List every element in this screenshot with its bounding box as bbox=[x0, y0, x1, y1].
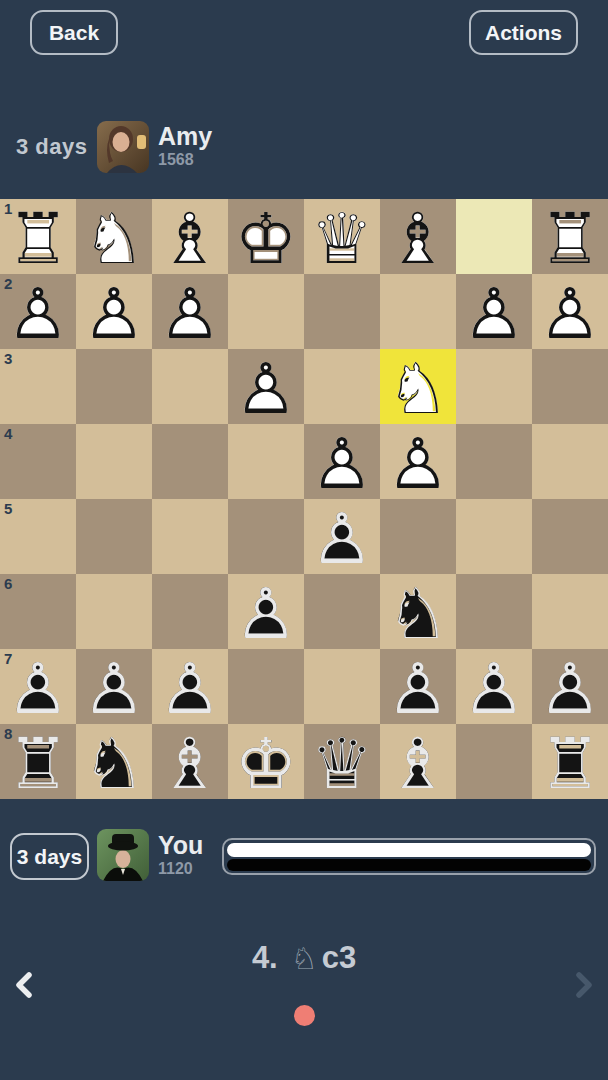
piece-wP: ♟︎ bbox=[76, 285, 152, 343]
piece-outline-wQ: ♕ bbox=[304, 210, 380, 268]
square-b1[interactable] bbox=[456, 199, 532, 274]
piece-bR: ♜ bbox=[0, 735, 76, 793]
piece-wP: ♟︎ bbox=[380, 435, 456, 493]
square-e8[interactable]: ♚♔ bbox=[228, 724, 304, 799]
square-a5[interactable] bbox=[532, 499, 608, 574]
piece-outline-wP: ♙ bbox=[304, 435, 380, 493]
piece-bP: ♟︎ bbox=[304, 510, 380, 568]
square-d2[interactable] bbox=[304, 274, 380, 349]
piece-outline-bK: ♔ bbox=[228, 735, 304, 793]
opponent-row: 3 days Amy 1568 bbox=[0, 118, 608, 178]
player-row: 3 days You 1120 bbox=[0, 827, 608, 887]
piece-wN: ♞ bbox=[380, 360, 456, 418]
square-h3[interactable]: 3 bbox=[0, 349, 76, 424]
piece-outline-bP: ♙ bbox=[532, 660, 608, 718]
square-a6[interactable] bbox=[532, 574, 608, 649]
piece-bP: ♟︎ bbox=[456, 660, 532, 718]
piece-wB: ♝ bbox=[152, 210, 228, 268]
piece-outline-bP: ♙ bbox=[228, 585, 304, 643]
square-c7[interactable]: ♟︎♙ bbox=[380, 649, 456, 724]
material-time-bar bbox=[222, 838, 596, 875]
square-f5[interactable] bbox=[152, 499, 228, 574]
rank-label: 4 bbox=[4, 425, 12, 442]
chess-board: 1♜♖♞♘♝♗♚♔♛♕♝♗♜♖2♟︎♙♟︎♙♟︎♙♟︎♙♟︎♙3♟︎♙♞♘4♟︎… bbox=[0, 199, 608, 799]
piece-bN: ♞ bbox=[380, 585, 456, 643]
piece-outline-wP: ♙ bbox=[0, 285, 76, 343]
square-e5[interactable] bbox=[228, 499, 304, 574]
rank-label: 1 bbox=[4, 200, 12, 217]
piece-wP: ♟︎ bbox=[456, 285, 532, 343]
rank-label: 7 bbox=[4, 650, 12, 667]
square-a2[interactable]: ♟︎♙ bbox=[532, 274, 608, 349]
square-d7[interactable] bbox=[304, 649, 380, 724]
piece-bP: ♟︎ bbox=[0, 660, 76, 718]
square-a1[interactable]: ♜♖ bbox=[532, 199, 608, 274]
back-button[interactable]: Back bbox=[30, 10, 118, 55]
piece-bR: ♜ bbox=[532, 735, 608, 793]
square-g7[interactable]: ♟︎♙ bbox=[76, 649, 152, 724]
square-b2[interactable]: ♟︎♙ bbox=[456, 274, 532, 349]
square-f1[interactable]: ♝♗ bbox=[152, 199, 228, 274]
piece-outline-bR: ♖ bbox=[532, 735, 608, 793]
square-a7[interactable]: ♟︎♙ bbox=[532, 649, 608, 724]
square-e6[interactable]: ♟︎♙ bbox=[228, 574, 304, 649]
piece-outline-wP: ♙ bbox=[76, 285, 152, 343]
piece-outline-wP: ♙ bbox=[228, 360, 304, 418]
square-f2[interactable]: ♟︎♙ bbox=[152, 274, 228, 349]
piece-outline-wP: ♙ bbox=[152, 285, 228, 343]
piece-outline-bN: ♘ bbox=[380, 585, 456, 643]
move-display: 4. ♘ c3 bbox=[0, 936, 608, 980]
piece-bK: ♚ bbox=[228, 735, 304, 793]
game-screen: Back Actions 3 days Amy 1568 1♜♖♞♘♝♗♚♔♛ bbox=[0, 0, 608, 1080]
piece-outline-bQ: ♕ bbox=[304, 735, 380, 793]
square-f4[interactable] bbox=[152, 424, 228, 499]
piece-wK: ♚ bbox=[228, 210, 304, 268]
rank-label: 2 bbox=[4, 275, 12, 292]
rank-label: 6 bbox=[4, 575, 12, 592]
piece-outline-bB: ♗ bbox=[380, 735, 456, 793]
piece-outline-bP: ♙ bbox=[456, 660, 532, 718]
piece-outline-wR: ♖ bbox=[532, 210, 608, 268]
square-a8[interactable]: ♜♖ bbox=[532, 724, 608, 799]
piece-bP: ♟︎ bbox=[380, 660, 456, 718]
square-c1[interactable]: ♝♗ bbox=[380, 199, 456, 274]
piece-outline-wP: ♙ bbox=[380, 435, 456, 493]
square-f7[interactable]: ♟︎♙ bbox=[152, 649, 228, 724]
square-h6[interactable]: 6 bbox=[0, 574, 76, 649]
piece-outline-wP: ♙ bbox=[456, 285, 532, 343]
move-number: 4. bbox=[252, 940, 278, 976]
player-rating: 1120 bbox=[158, 860, 193, 878]
square-h2[interactable]: 2♟︎♙ bbox=[0, 274, 76, 349]
piece-outline-bP: ♙ bbox=[76, 660, 152, 718]
move-piece-icon: ♘ bbox=[291, 941, 318, 976]
square-h5[interactable]: 5 bbox=[0, 499, 76, 574]
player-avatar bbox=[97, 829, 149, 881]
rank-label: 3 bbox=[4, 350, 12, 367]
square-a3[interactable] bbox=[532, 349, 608, 424]
square-g1[interactable]: ♞♘ bbox=[76, 199, 152, 274]
piece-wP: ♟︎ bbox=[152, 285, 228, 343]
piece-outline-bP: ♙ bbox=[380, 660, 456, 718]
square-b8[interactable] bbox=[456, 724, 532, 799]
square-b4[interactable] bbox=[456, 424, 532, 499]
piece-wQ: ♛ bbox=[304, 210, 380, 268]
piece-wP: ♟︎ bbox=[304, 435, 380, 493]
square-c5[interactable] bbox=[380, 499, 456, 574]
piece-outline-wB: ♗ bbox=[152, 210, 228, 268]
piece-outline-wP: ♙ bbox=[532, 285, 608, 343]
piece-bB: ♝ bbox=[380, 735, 456, 793]
piece-wP: ♟︎ bbox=[532, 285, 608, 343]
piece-outline-wN: ♘ bbox=[76, 210, 152, 268]
piece-bP: ♟︎ bbox=[532, 660, 608, 718]
piece-wN: ♞ bbox=[76, 210, 152, 268]
piece-outline-bR: ♖ bbox=[0, 735, 76, 793]
rank-label: 5 bbox=[4, 500, 12, 517]
square-e3[interactable]: ♟︎♙ bbox=[228, 349, 304, 424]
square-a4[interactable] bbox=[532, 424, 608, 499]
piece-wB: ♝ bbox=[380, 210, 456, 268]
square-e4[interactable] bbox=[228, 424, 304, 499]
opponent-avatar bbox=[97, 121, 149, 173]
opponent-time-label: 3 days bbox=[16, 134, 88, 160]
piece-outline-bP: ♙ bbox=[304, 510, 380, 568]
piece-outline-bN: ♘ bbox=[76, 735, 152, 793]
page-indicator-dot bbox=[294, 1005, 315, 1026]
square-h7[interactable]: 7♟︎♙ bbox=[0, 649, 76, 724]
opponent-rating: 1568 bbox=[158, 151, 194, 169]
square-e7[interactable] bbox=[228, 649, 304, 724]
move-san: c3 bbox=[322, 940, 356, 976]
black-bar bbox=[227, 859, 591, 871]
square-h4[interactable]: 4 bbox=[0, 424, 76, 499]
piece-wR: ♜ bbox=[532, 210, 608, 268]
piece-bQ: ♛ bbox=[304, 735, 380, 793]
piece-bN: ♞ bbox=[76, 735, 152, 793]
square-c8[interactable]: ♝♗ bbox=[380, 724, 456, 799]
piece-outline-wN: ♘ bbox=[380, 360, 456, 418]
player-time-badge: 3 days bbox=[10, 833, 89, 880]
piece-outline-bB: ♗ bbox=[152, 735, 228, 793]
square-g2[interactable]: ♟︎♙ bbox=[76, 274, 152, 349]
piece-bP: ♟︎ bbox=[228, 585, 304, 643]
square-e2[interactable] bbox=[228, 274, 304, 349]
square-g6[interactable] bbox=[76, 574, 152, 649]
piece-wR: ♜ bbox=[0, 210, 76, 268]
piece-bP: ♟︎ bbox=[152, 660, 228, 718]
square-f8[interactable]: ♝♗ bbox=[152, 724, 228, 799]
piece-outline-wK: ♔ bbox=[228, 210, 304, 268]
next-move-chevron-icon[interactable] bbox=[568, 970, 598, 1000]
player-name: You bbox=[158, 831, 203, 860]
square-h8[interactable]: 8♜♖ bbox=[0, 724, 76, 799]
square-b6[interactable] bbox=[456, 574, 532, 649]
square-g8[interactable]: ♞♘ bbox=[76, 724, 152, 799]
prev-move-chevron-icon[interactable] bbox=[10, 970, 40, 1000]
rank-label: 8 bbox=[4, 725, 12, 742]
square-d8[interactable]: ♛♕ bbox=[304, 724, 380, 799]
square-b7[interactable]: ♟︎♙ bbox=[456, 649, 532, 724]
piece-wP: ♟︎ bbox=[228, 360, 304, 418]
square-f6[interactable] bbox=[152, 574, 228, 649]
square-c2[interactable] bbox=[380, 274, 456, 349]
piece-bP: ♟︎ bbox=[76, 660, 152, 718]
square-g4[interactable] bbox=[76, 424, 152, 499]
square-e1[interactable]: ♚♔ bbox=[228, 199, 304, 274]
square-d4[interactable]: ♟︎♙ bbox=[304, 424, 380, 499]
square-c6[interactable]: ♞♘ bbox=[380, 574, 456, 649]
piece-outline-wB: ♗ bbox=[380, 210, 456, 268]
actions-button[interactable]: Actions bbox=[469, 10, 578, 55]
white-bar bbox=[227, 843, 591, 857]
square-c3[interactable]: ♞♘ bbox=[380, 349, 456, 424]
square-b5[interactable] bbox=[456, 499, 532, 574]
piece-bB: ♝ bbox=[152, 735, 228, 793]
square-d5[interactable]: ♟︎♙ bbox=[304, 499, 380, 574]
piece-outline-bP: ♙ bbox=[0, 660, 76, 718]
opponent-name: Amy bbox=[158, 122, 212, 151]
square-b3[interactable] bbox=[456, 349, 532, 424]
piece-wP: ♟︎ bbox=[0, 285, 76, 343]
piece-outline-wR: ♖ bbox=[0, 210, 76, 268]
square-c4[interactable]: ♟︎♙ bbox=[380, 424, 456, 499]
piece-outline-bP: ♙ bbox=[152, 660, 228, 718]
square-g3[interactable] bbox=[76, 349, 152, 424]
square-d3[interactable] bbox=[304, 349, 380, 424]
square-h1[interactable]: 1♜♖ bbox=[0, 199, 76, 274]
square-f3[interactable] bbox=[152, 349, 228, 424]
square-d6[interactable] bbox=[304, 574, 380, 649]
square-d1[interactable]: ♛♕ bbox=[304, 199, 380, 274]
square-g5[interactable] bbox=[76, 499, 152, 574]
